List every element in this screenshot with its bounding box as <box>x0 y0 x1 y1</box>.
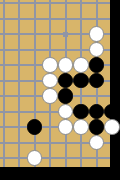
intersection-O3[interactable] <box>27 135 43 151</box>
intersection-O4[interactable] <box>27 119 43 135</box>
intersection-P4[interactable] <box>42 119 58 135</box>
intersection-P3[interactable] <box>42 135 58 151</box>
intersection-Q11[interactable] <box>58 11 74 27</box>
intersection-Q12[interactable] <box>58 0 74 11</box>
black-stone <box>89 57 105 73</box>
intersection-N12[interactable] <box>11 0 27 11</box>
intersection-T9[interactable] <box>104 42 120 58</box>
black-stone <box>89 119 105 135</box>
intersection-S1[interactable] <box>89 166 105 180</box>
black-stone <box>73 104 89 120</box>
intersection-O2[interactable] <box>27 150 43 166</box>
intersection-M9[interactable] <box>0 42 11 58</box>
intersection-M6[interactable] <box>0 88 11 104</box>
intersection-T2[interactable] <box>104 150 120 166</box>
intersection-S2[interactable] <box>89 150 105 166</box>
white-stone <box>58 57 74 73</box>
white-stone <box>42 73 58 89</box>
intersection-O9[interactable] <box>27 42 43 58</box>
intersection-R5[interactable] <box>73 104 89 120</box>
intersection-P9[interactable] <box>42 42 58 58</box>
intersection-O12[interactable] <box>27 0 43 11</box>
intersection-T3[interactable] <box>104 135 120 151</box>
intersection-O5[interactable] <box>27 104 43 120</box>
intersection-O11[interactable] <box>27 11 43 27</box>
intersection-N9[interactable] <box>11 42 27 58</box>
intersection-P2[interactable] <box>42 150 58 166</box>
intersection-T6[interactable] <box>104 88 120 104</box>
intersection-P10[interactable] <box>42 26 58 42</box>
intersection-Q4[interactable] <box>58 119 74 135</box>
intersection-N10[interactable] <box>11 26 27 42</box>
intersection-M2[interactable] <box>0 150 11 166</box>
intersection-S6[interactable] <box>89 88 105 104</box>
intersection-M7[interactable] <box>0 73 11 89</box>
intersection-T8[interactable] <box>104 57 120 73</box>
intersection-M5[interactable] <box>0 104 11 120</box>
intersection-R11[interactable] <box>73 11 89 27</box>
intersection-M1[interactable] <box>0 166 11 180</box>
intersection-O10[interactable] <box>27 26 43 42</box>
intersection-S12[interactable] <box>89 0 105 11</box>
black-stone <box>104 104 120 120</box>
black-stone <box>73 73 89 89</box>
intersection-N2[interactable] <box>11 150 27 166</box>
intersection-R1[interactable] <box>73 166 89 180</box>
intersection-S8[interactable] <box>89 57 105 73</box>
intersection-T1[interactable] <box>104 166 120 180</box>
intersection-T12[interactable] <box>104 0 120 11</box>
intersection-T11[interactable] <box>104 11 120 27</box>
intersection-P1[interactable] <box>42 166 58 180</box>
intersection-S9[interactable] <box>89 42 105 58</box>
white-stone <box>27 150 43 166</box>
intersection-O8[interactable] <box>27 57 43 73</box>
intersection-S3[interactable] <box>89 135 105 151</box>
black-stone <box>58 73 74 89</box>
stone-grid <box>0 0 120 180</box>
intersection-O7[interactable] <box>27 73 43 89</box>
intersection-N6[interactable] <box>11 88 27 104</box>
intersection-S5[interactable] <box>89 104 105 120</box>
intersection-R12[interactable] <box>73 0 89 11</box>
intersection-Q7[interactable] <box>58 73 74 89</box>
white-stone <box>89 26 105 42</box>
go-board <box>0 0 120 180</box>
intersection-S11[interactable] <box>89 11 105 27</box>
intersection-Q3[interactable] <box>58 135 74 151</box>
intersection-R8[interactable] <box>73 57 89 73</box>
black-stone <box>89 104 105 120</box>
intersection-Q2[interactable] <box>58 150 74 166</box>
intersection-R6[interactable] <box>73 88 89 104</box>
intersection-M8[interactable] <box>0 57 11 73</box>
white-stone <box>42 57 58 73</box>
black-stone <box>58 88 74 104</box>
intersection-R10[interactable] <box>73 26 89 42</box>
intersection-O6[interactable] <box>27 88 43 104</box>
black-stone <box>89 73 105 89</box>
intersection-T4[interactable] <box>104 119 120 135</box>
white-stone <box>89 42 105 58</box>
intersection-T10[interactable] <box>104 26 120 42</box>
intersection-R9[interactable] <box>73 42 89 58</box>
intersection-P11[interactable] <box>42 11 58 27</box>
intersection-R2[interactable] <box>73 150 89 166</box>
white-stone <box>89 135 105 151</box>
white-stone <box>73 119 89 135</box>
intersection-Q8[interactable] <box>58 57 74 73</box>
intersection-M3[interactable] <box>0 135 11 151</box>
intersection-Q9[interactable] <box>58 42 74 58</box>
intersection-Q10[interactable] <box>58 26 74 42</box>
intersection-M12[interactable] <box>0 0 11 11</box>
intersection-N11[interactable] <box>11 11 27 27</box>
white-stone <box>104 119 120 135</box>
intersection-R3[interactable] <box>73 135 89 151</box>
intersection-N3[interactable] <box>11 135 27 151</box>
intersection-R4[interactable] <box>73 119 89 135</box>
intersection-O1[interactable] <box>27 166 43 180</box>
intersection-N5[interactable] <box>11 104 27 120</box>
intersection-N7[interactable] <box>11 73 27 89</box>
intersection-M11[interactable] <box>0 11 11 27</box>
intersection-S10[interactable] <box>89 26 105 42</box>
intersection-P8[interactable] <box>42 57 58 73</box>
intersection-S4[interactable] <box>89 119 105 135</box>
intersection-N1[interactable] <box>11 166 27 180</box>
white-stone <box>73 57 89 73</box>
intersection-Q5[interactable] <box>58 104 74 120</box>
intersection-P7[interactable] <box>42 73 58 89</box>
intersection-N4[interactable] <box>11 119 27 135</box>
intersection-N8[interactable] <box>11 57 27 73</box>
intersection-S7[interactable] <box>89 73 105 89</box>
intersection-P5[interactable] <box>42 104 58 120</box>
black-stone <box>27 119 43 135</box>
intersection-M4[interactable] <box>0 119 11 135</box>
intersection-T5[interactable] <box>104 104 120 120</box>
intersection-Q1[interactable] <box>58 166 74 180</box>
intersection-T7[interactable] <box>104 73 120 89</box>
white-stone <box>58 119 74 135</box>
white-stone <box>42 88 58 104</box>
white-stone <box>58 104 74 120</box>
intersection-R7[interactable] <box>73 73 89 89</box>
intersection-P12[interactable] <box>42 0 58 11</box>
intersection-Q6[interactable] <box>58 88 74 104</box>
intersection-P6[interactable] <box>42 88 58 104</box>
intersection-M10[interactable] <box>0 26 11 42</box>
